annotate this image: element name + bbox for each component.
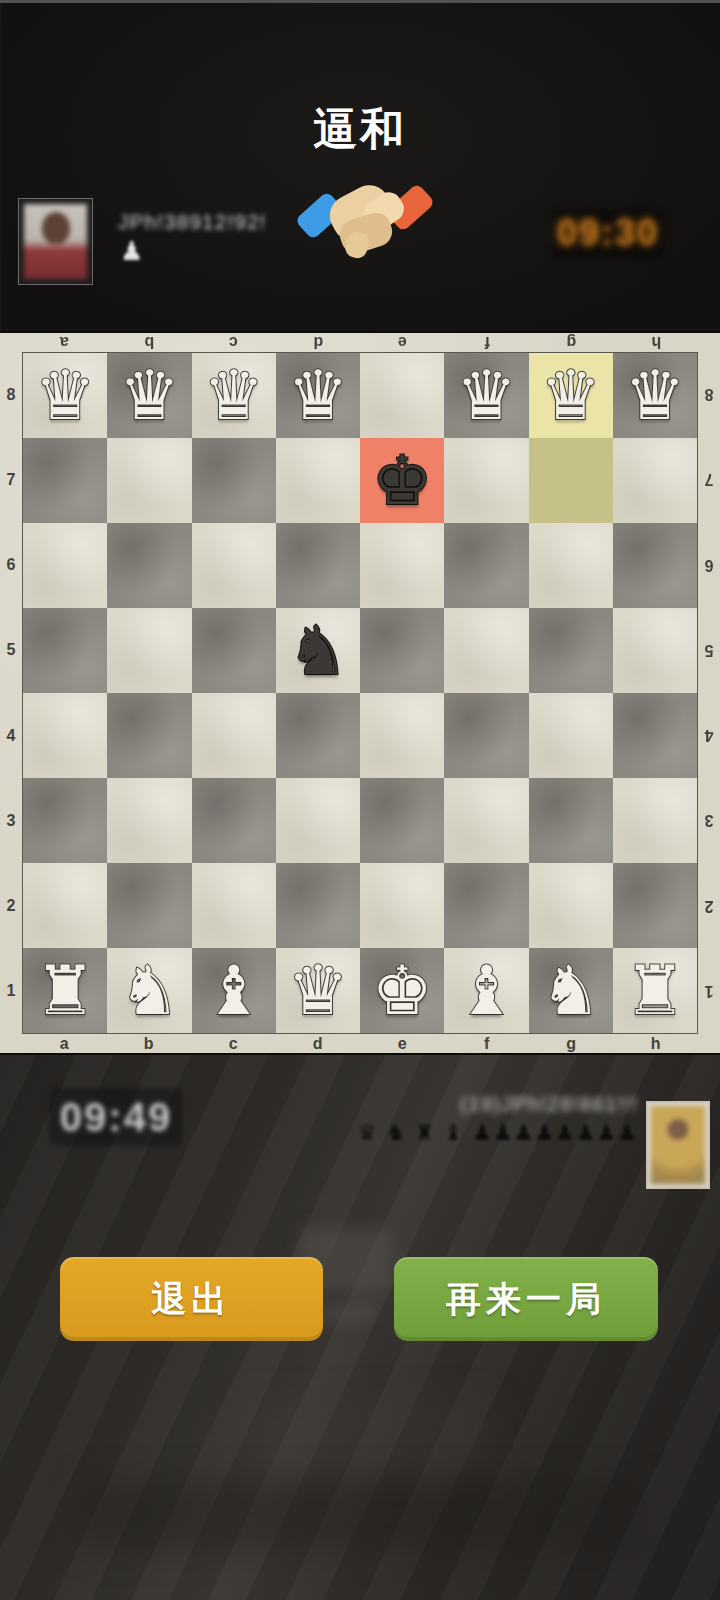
opponent-captured-pieces: ♟ [120,236,143,266]
play-again-button[interactable]: 再来一局 [394,1257,658,1341]
square-a6[interactable] [23,523,107,608]
file-labels-bottom: abcdefgh [22,1034,698,1053]
square-h7[interactable] [613,438,697,523]
square-g5[interactable] [529,608,613,693]
coord-label-h: h [614,1034,699,1053]
coord-label-h: h [614,333,699,352]
coord-label-6: 6 [698,523,720,608]
square-h4[interactable] [613,693,697,778]
background-top [0,0,720,336]
square-b4[interactable] [107,693,191,778]
coord-label-6: 6 [0,523,22,608]
square-g1[interactable]: ♞ [529,948,613,1033]
square-g4[interactable] [529,693,613,778]
square-b1[interactable]: ♞ [107,948,191,1033]
piece-white-queen: ♛ [287,957,348,1025]
player-avatar [646,1101,710,1189]
square-e7[interactable]: ♚ [360,438,444,523]
square-b8[interactable]: ♛ [107,353,191,438]
piece-white-rook: ♜ [35,957,96,1025]
coord-label-a: a [22,333,107,352]
player-captured-pieces: ♛ ♞ ♜ ♝ ♟♟♟♟♟♟♟♟ [318,1120,638,1145]
coord-label-3: 3 [698,778,720,863]
square-g7[interactable] [529,438,613,523]
square-b5[interactable] [107,608,191,693]
square-f2[interactable] [444,863,528,948]
piece-white-queen: ♛ [203,362,264,430]
square-g6[interactable] [529,523,613,608]
piece-black-knight: ♞ [287,617,348,685]
coord-label-4: 4 [698,693,720,778]
square-e4[interactable] [360,693,444,778]
square-d6[interactable] [276,523,360,608]
square-d5[interactable]: ♞ [276,608,360,693]
coord-label-f: f [445,1034,530,1053]
coord-label-2: 2 [0,864,22,949]
square-h2[interactable] [613,863,697,948]
square-e2[interactable] [360,863,444,948]
coord-label-3: 3 [0,778,22,863]
square-b2[interactable] [107,863,191,948]
square-f3[interactable] [444,778,528,863]
square-g2[interactable] [529,863,613,948]
square-a4[interactable] [23,693,107,778]
piece-white-queen: ♛ [119,362,180,430]
file-labels-top: abcdefgh [22,333,698,352]
square-b7[interactable] [107,438,191,523]
square-c5[interactable] [192,608,276,693]
square-d8[interactable]: ♛ [276,353,360,438]
square-d7[interactable] [276,438,360,523]
coord-label-7: 7 [0,437,22,522]
square-a3[interactable] [23,778,107,863]
square-f6[interactable] [444,523,528,608]
player-clock: 09:49 [50,1088,182,1146]
result-title: 逼和 [0,100,720,159]
square-b6[interactable] [107,523,191,608]
chess-board-frame: abcdefgh abcdefgh 87654321 87654321 ♛♛♛♛… [0,333,720,1053]
coord-label-5: 5 [698,608,720,693]
piece-white-queen: ♛ [456,362,517,430]
square-a1[interactable]: ♜ [23,948,107,1033]
square-e5[interactable] [360,608,444,693]
square-f7[interactable] [444,438,528,523]
square-f4[interactable] [444,693,528,778]
piece-white-queen: ♛ [540,362,601,430]
piece-white-knight: ♞ [119,957,180,1025]
coord-label-2: 2 [698,864,720,949]
square-c4[interactable] [192,693,276,778]
square-e1[interactable]: ♚ [360,948,444,1033]
square-h6[interactable] [613,523,697,608]
opponent-name: JPh!38912!92! [118,210,368,234]
coord-label-f: f [445,333,530,352]
opponent-clock: 09:30 [552,208,664,258]
coord-label-g: g [529,1034,614,1053]
square-g3[interactable] [529,778,613,863]
square-a2[interactable] [23,863,107,948]
square-a8[interactable]: ♛ [23,353,107,438]
coord-label-8: 8 [698,352,720,437]
chess-board: ♛♛♛♛♛♛♛♚♞♜♞♝♛♚♝♞♜ [22,352,698,1034]
square-a7[interactable] [23,438,107,523]
square-h5[interactable] [613,608,697,693]
coord-label-7: 7 [698,437,720,522]
piece-white-bishop: ♝ [456,957,517,1025]
coord-label-e: e [360,1034,445,1053]
square-d4[interactable] [276,693,360,778]
coord-label-c: c [191,1034,276,1053]
square-f5[interactable] [444,608,528,693]
opponent-avatar [18,198,93,285]
piece-white-knight: ♞ [540,957,601,1025]
coord-label-a: a [22,1034,107,1053]
square-d2[interactable] [276,863,360,948]
rank-labels-left: 87654321 [0,352,22,1034]
square-c2[interactable] [192,863,276,948]
square-e6[interactable] [360,523,444,608]
coord-label-d: d [276,333,361,352]
player-name: (19)JPh!28!861!!! [318,1092,638,1116]
square-c6[interactable] [192,523,276,608]
square-f8[interactable]: ♛ [444,353,528,438]
square-g8[interactable]: ♛ [529,353,613,438]
square-h8[interactable]: ♛ [613,353,697,438]
square-c8[interactable]: ♛ [192,353,276,438]
coord-label-1: 1 [0,949,22,1034]
coord-label-d: d [276,1034,361,1053]
square-b3[interactable] [107,778,191,863]
coord-label-4: 4 [0,693,22,778]
square-a5[interactable] [23,608,107,693]
square-e3[interactable] [360,778,444,863]
square-f1[interactable]: ♝ [444,948,528,1033]
coord-label-1: 1 [698,949,720,1034]
opponent-avatar-photo [24,204,87,279]
coord-label-b: b [107,1034,192,1053]
piece-white-queen: ♛ [35,362,96,430]
square-e8[interactable] [360,353,444,438]
rank-labels-right: 87654321 [698,352,720,1034]
square-h1[interactable]: ♜ [613,948,697,1033]
square-c3[interactable] [192,778,276,863]
piece-white-bishop: ♝ [203,957,264,1025]
piece-white-rook: ♜ [624,957,685,1025]
piece-white-king: ♚ [372,957,433,1025]
square-c7[interactable] [192,438,276,523]
coord-label-c: c [191,333,276,352]
coord-label-8: 8 [0,352,22,437]
coord-label-5: 5 [0,608,22,693]
piece-black-king: ♚ [372,447,433,515]
piece-white-queen: ♛ [624,362,685,430]
square-h3[interactable] [613,778,697,863]
piece-white-queen: ♛ [287,362,348,430]
coord-label-e: e [360,333,445,352]
coord-label-b: b [107,333,192,352]
exit-button[interactable]: 退出 [60,1257,323,1341]
square-c1[interactable]: ♝ [192,948,276,1033]
square-d1[interactable]: ♛ [276,948,360,1033]
coord-label-g: g [529,333,614,352]
square-d3[interactable] [276,778,360,863]
player-avatar-photo [651,1106,705,1184]
